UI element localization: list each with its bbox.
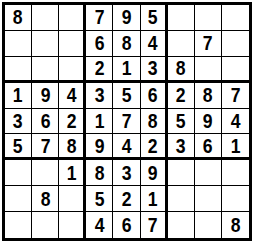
sudoku-cell-r6c2[interactable]: 7 bbox=[32, 134, 59, 160]
sudoku-cell-r8c1[interactable] bbox=[5, 186, 32, 212]
sudoku-cell-r2c6[interactable]: 4 bbox=[141, 31, 168, 57]
sudoku-cell-r3c2[interactable] bbox=[32, 57, 59, 83]
digit: 9 bbox=[122, 7, 132, 27]
sudoku-cell-r4c3[interactable]: 4 bbox=[59, 83, 86, 109]
sudoku-cell-r7c2[interactable] bbox=[32, 160, 59, 186]
digit: 5 bbox=[122, 85, 132, 105]
digit: 2 bbox=[148, 136, 158, 156]
digit: 9 bbox=[203, 111, 213, 131]
sudoku-cell-r6c6[interactable]: 2 bbox=[141, 134, 168, 160]
sudoku-cell-r1c2[interactable] bbox=[32, 5, 59, 31]
digit: 1 bbox=[231, 136, 241, 156]
digit: 6 bbox=[148, 85, 158, 105]
sudoku-cell-r5c8[interactable]: 9 bbox=[195, 109, 222, 135]
sudoku-cell-r5c6[interactable]: 8 bbox=[141, 109, 168, 135]
digit: 2 bbox=[176, 85, 186, 105]
sudoku-cell-r1c1[interactable]: 8 bbox=[5, 5, 32, 31]
digit: 7 bbox=[40, 136, 50, 156]
digit: 5 bbox=[148, 7, 158, 27]
sudoku-cell-r8c5[interactable]: 2 bbox=[113, 186, 140, 212]
sudoku-cell-r9c9[interactable]: 8 bbox=[222, 212, 249, 238]
sudoku-cell-r7c5[interactable]: 3 bbox=[113, 160, 140, 186]
digit: 3 bbox=[148, 58, 158, 78]
digit: 9 bbox=[94, 136, 104, 156]
sudoku-cell-r4c7[interactable]: 2 bbox=[168, 83, 195, 109]
digit: 8 bbox=[94, 163, 104, 183]
sudoku-cell-r4c1[interactable]: 1 bbox=[5, 83, 32, 109]
sudoku-cell-r2c7[interactable] bbox=[168, 31, 195, 57]
digit: 1 bbox=[94, 111, 104, 131]
digit: 4 bbox=[231, 111, 241, 131]
digit: 6 bbox=[94, 33, 104, 53]
sudoku-cell-r2c4[interactable]: 6 bbox=[86, 31, 113, 57]
sudoku-cell-r5c2[interactable]: 6 bbox=[32, 109, 59, 135]
sudoku-cell-r4c5[interactable]: 5 bbox=[113, 83, 140, 109]
sudoku-cell-r8c2[interactable]: 8 bbox=[32, 186, 59, 212]
sudoku-cell-r9c5[interactable]: 6 bbox=[113, 212, 140, 238]
digit: 1 bbox=[66, 163, 76, 183]
digit: 7 bbox=[122, 111, 132, 131]
digit: 3 bbox=[122, 163, 132, 183]
sudoku-board: 8795684721381943562873621785945789423611… bbox=[2, 2, 252, 241]
digit: 3 bbox=[176, 136, 186, 156]
sudoku-cell-r2c3[interactable] bbox=[59, 31, 86, 57]
digit: 7 bbox=[231, 85, 241, 105]
digit: 1 bbox=[148, 189, 158, 209]
sudoku-cell-r8c9[interactable] bbox=[222, 186, 249, 212]
sudoku-cell-r6c5[interactable]: 4 bbox=[113, 134, 140, 160]
digit: 2 bbox=[94, 58, 104, 78]
sudoku-cell-r1c5[interactable]: 9 bbox=[113, 5, 140, 31]
sudoku-cell-r5c3[interactable]: 2 bbox=[59, 109, 86, 135]
sudoku-cell-r2c1[interactable] bbox=[5, 31, 32, 57]
sudoku-cell-r7c9[interactable] bbox=[222, 160, 249, 186]
sudoku-cell-r9c2[interactable] bbox=[32, 212, 59, 238]
digit: 8 bbox=[231, 215, 241, 235]
sudoku-cell-r3c8[interactable] bbox=[195, 57, 222, 83]
sudoku-cell-r7c8[interactable] bbox=[195, 160, 222, 186]
sudoku-cell-r8c6[interactable]: 1 bbox=[141, 186, 168, 212]
digit: 3 bbox=[94, 85, 104, 105]
sudoku-cell-r3c5[interactable]: 1 bbox=[113, 57, 140, 83]
digit: 9 bbox=[148, 163, 158, 183]
digit: 8 bbox=[148, 111, 158, 131]
sudoku-cell-r3c9[interactable] bbox=[222, 57, 249, 83]
sudoku-cell-r5c7[interactable]: 5 bbox=[168, 109, 195, 135]
sudoku-page: 8795684721381943562873621785945789423611… bbox=[0, 0, 254, 243]
digit: 8 bbox=[122, 33, 132, 53]
sudoku-cell-r9c4[interactable]: 4 bbox=[86, 212, 113, 238]
sudoku-cell-r6c3[interactable]: 8 bbox=[59, 134, 86, 160]
digit: 7 bbox=[148, 215, 158, 235]
sudoku-cell-r5c5[interactable]: 7 bbox=[113, 109, 140, 135]
sudoku-cell-r2c2[interactable] bbox=[32, 31, 59, 57]
digit: 4 bbox=[122, 136, 132, 156]
digit: 6 bbox=[203, 136, 213, 156]
sudoku-cell-r3c1[interactable] bbox=[5, 57, 32, 83]
sudoku-cell-r2c8[interactable]: 7 bbox=[195, 31, 222, 57]
sudoku-cell-r6c8[interactable]: 6 bbox=[195, 134, 222, 160]
sudoku-cell-r8c4[interactable]: 5 bbox=[86, 186, 113, 212]
digit: 8 bbox=[203, 85, 213, 105]
digit: 8 bbox=[176, 58, 186, 78]
digit: 2 bbox=[66, 111, 76, 131]
sudoku-cell-r4c6[interactable]: 6 bbox=[141, 83, 168, 109]
sudoku-cell-r6c4[interactable]: 9 bbox=[86, 134, 113, 160]
digit: 9 bbox=[40, 85, 50, 105]
digit: 3 bbox=[13, 111, 23, 131]
sudoku-cell-r7c3[interactable]: 1 bbox=[59, 160, 86, 186]
digit: 6 bbox=[40, 111, 50, 131]
digit: 7 bbox=[203, 33, 213, 53]
digit: 2 bbox=[122, 189, 132, 209]
digit: 4 bbox=[94, 215, 104, 235]
sudoku-cell-r9c1[interactable] bbox=[5, 212, 32, 238]
sudoku-cell-r9c6[interactable]: 7 bbox=[141, 212, 168, 238]
sudoku-cell-r7c4[interactable]: 8 bbox=[86, 160, 113, 186]
sudoku-cell-r1c6[interactable]: 5 bbox=[141, 5, 168, 31]
sudoku-cell-r9c7[interactable] bbox=[168, 212, 195, 238]
sudoku-cell-r1c3[interactable] bbox=[59, 5, 86, 31]
sudoku-cell-r7c1[interactable] bbox=[5, 160, 32, 186]
sudoku-cell-r6c1[interactable]: 5 bbox=[5, 134, 32, 160]
sudoku-cell-r2c5[interactable]: 8 bbox=[113, 31, 140, 57]
sudoku-cell-r6c9[interactable]: 1 bbox=[222, 134, 249, 160]
sudoku-cell-r9c3[interactable] bbox=[59, 212, 86, 238]
sudoku-cell-r1c9[interactable] bbox=[222, 5, 249, 31]
sudoku-cell-r4c4[interactable]: 3 bbox=[86, 83, 113, 109]
digit: 4 bbox=[148, 33, 158, 53]
sudoku-cell-r4c2[interactable]: 9 bbox=[32, 83, 59, 109]
sudoku-cell-r6c7[interactable]: 3 bbox=[168, 134, 195, 160]
sudoku-cell-r8c7[interactable] bbox=[168, 186, 195, 212]
digit: 8 bbox=[13, 7, 23, 27]
sudoku-cell-r8c8[interactable] bbox=[195, 186, 222, 212]
sudoku-cell-r4c8[interactable]: 8 bbox=[195, 83, 222, 109]
sudoku-cell-r3c3[interactable] bbox=[59, 57, 86, 83]
sudoku-cell-r3c7[interactable]: 8 bbox=[168, 57, 195, 83]
digit: 1 bbox=[13, 85, 23, 105]
digit: 7 bbox=[94, 7, 104, 27]
digit: 8 bbox=[40, 189, 50, 209]
digit: 8 bbox=[66, 136, 76, 156]
sudoku-cell-r7c6[interactable]: 9 bbox=[141, 160, 168, 186]
digit: 6 bbox=[122, 215, 132, 235]
digit: 1 bbox=[122, 58, 132, 78]
digit: 4 bbox=[66, 85, 76, 105]
sudoku-cell-r5c9[interactable]: 4 bbox=[222, 109, 249, 135]
digit: 5 bbox=[94, 189, 104, 209]
digit: 5 bbox=[13, 136, 23, 156]
digit: 5 bbox=[176, 111, 186, 131]
sudoku-cell-r2c9[interactable] bbox=[222, 31, 249, 57]
sudoku-cell-r5c4[interactable]: 1 bbox=[86, 109, 113, 135]
sudoku-cell-r5c1[interactable]: 3 bbox=[5, 109, 32, 135]
sudoku-cell-r1c7[interactable] bbox=[168, 5, 195, 31]
sudoku-cell-r3c6[interactable]: 3 bbox=[141, 57, 168, 83]
sudoku-cell-r1c4[interactable]: 7 bbox=[86, 5, 113, 31]
sudoku-cell-r4c9[interactable]: 7 bbox=[222, 83, 249, 109]
sudoku-cell-r7c7[interactable] bbox=[168, 160, 195, 186]
sudoku-cell-r9c8[interactable] bbox=[195, 212, 222, 238]
sudoku-cell-r3c4[interactable]: 2 bbox=[86, 57, 113, 83]
sudoku-cell-r1c8[interactable] bbox=[195, 5, 222, 31]
sudoku-cell-r8c3[interactable] bbox=[59, 186, 86, 212]
